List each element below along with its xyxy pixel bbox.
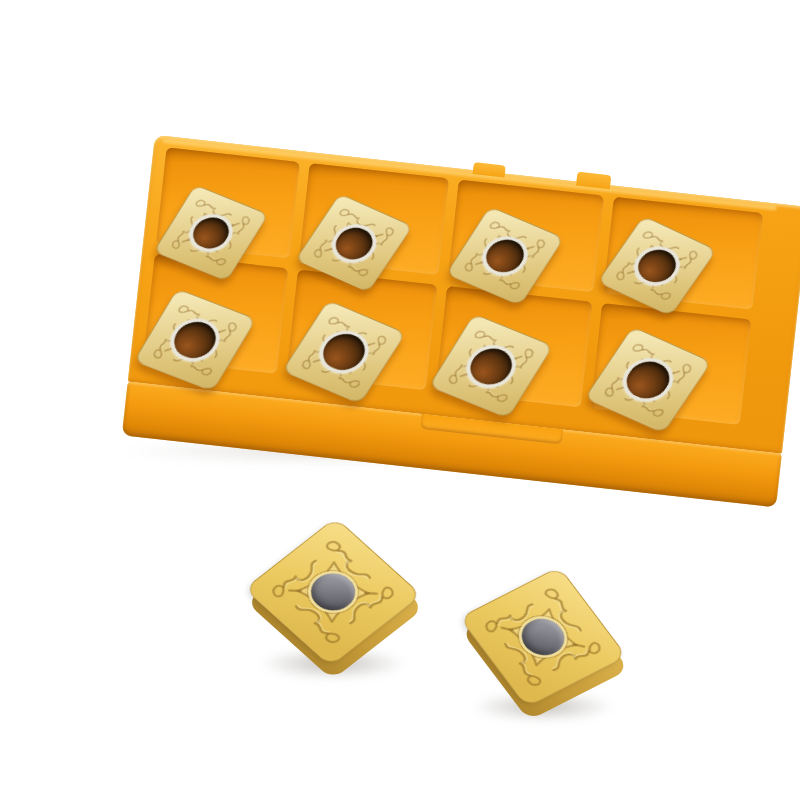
photo-stage bbox=[0, 0, 800, 800]
carbide-insert-loose bbox=[244, 517, 422, 667]
carbide-insert-loose bbox=[459, 566, 627, 707]
